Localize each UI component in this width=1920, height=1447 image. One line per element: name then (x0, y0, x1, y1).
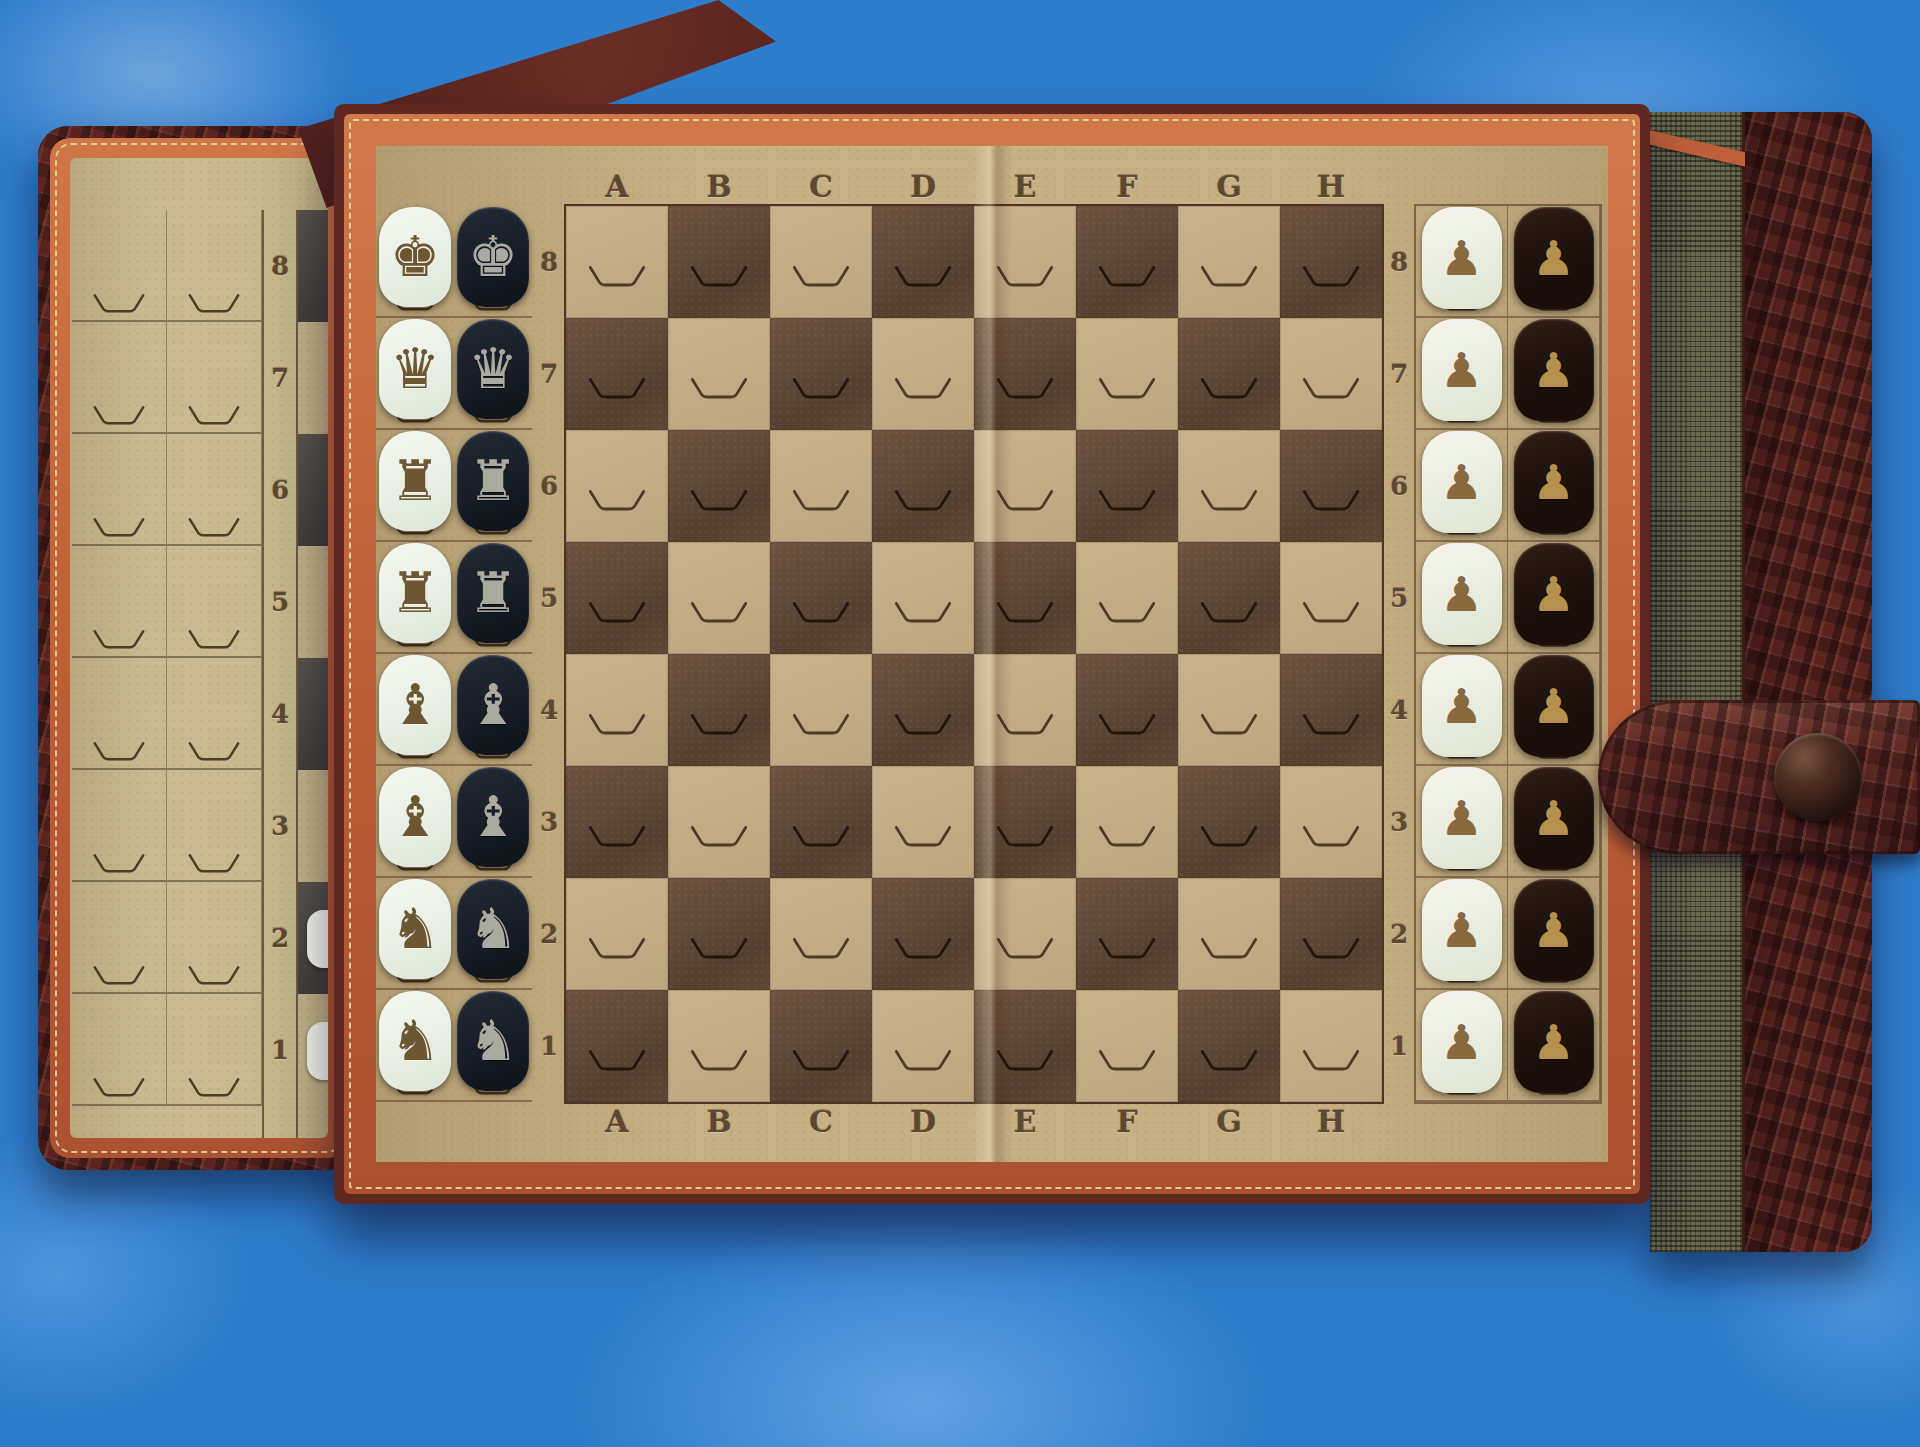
leather-slit (585, 826, 649, 848)
square-d7[interactable] (872, 318, 974, 430)
rook-glyph: ♜ (468, 453, 518, 509)
empty-storage-slot[interactable] (72, 322, 167, 434)
square-f4[interactable] (1076, 654, 1178, 766)
square-c3[interactable] (770, 766, 872, 878)
hidden-board-square-sliver (298, 770, 328, 882)
square-b1[interactable] (668, 990, 770, 1102)
black-bishop-tab[interactable]: ♝ (457, 767, 529, 867)
square-a7[interactable] (566, 318, 668, 430)
black-pawn-tab[interactable]: ♟ (1514, 991, 1594, 1093)
white-piece-storage-column: ♚♛♜♜♝♝♞♞ (376, 206, 454, 1102)
black-piece-slot-6[interactable]: ♜ (454, 430, 532, 542)
black-knight-tab[interactable]: ♞ (457, 991, 529, 1091)
empty-storage-slot[interactable] (167, 434, 262, 546)
empty-storage-slot[interactable] (167, 322, 262, 434)
rank-label-right-3: 3 (1382, 766, 1416, 878)
file-label-bottom-a: A (566, 1102, 668, 1141)
square-f3[interactable] (1076, 766, 1178, 878)
bishop-glyph: ♝ (390, 789, 440, 845)
left-board-checker-sliver (296, 210, 328, 1138)
leather-slit (1299, 378, 1363, 400)
rank-label: 3 (264, 770, 296, 882)
leather-slit (585, 490, 649, 512)
white-piece-slot-6[interactable]: ♜ (376, 430, 454, 542)
file-label-bottom-h: H (1280, 1102, 1382, 1141)
chess-board (566, 206, 1382, 1102)
file-label-bottom-b: B (668, 1102, 770, 1141)
file-label-top-f: F (1076, 167, 1178, 206)
square-c5[interactable] (770, 542, 872, 654)
leather-slit (687, 826, 751, 848)
rank-label-right-1: 1 (1382, 990, 1416, 1102)
black-pawn-slot-8[interactable]: ♟ (1508, 206, 1600, 318)
hidden-board-square-sliver (298, 658, 328, 770)
pawn-glyph: ♟ (1440, 234, 1483, 282)
black-pawn-slot-2[interactable]: ♟ (1508, 878, 1600, 990)
square-h2[interactable] (1280, 878, 1382, 990)
rank-labels-left: 8 7 6 5 4 3 2 1 (532, 206, 566, 1102)
empty-storage-slot[interactable] (167, 658, 262, 770)
rank-label-left-2: 2 (532, 878, 566, 990)
file-label-bottom-g: G (1178, 1102, 1280, 1141)
square-g1[interactable] (1178, 990, 1280, 1102)
file-label-top-e: E (974, 167, 1076, 206)
leather-slit (1299, 1050, 1363, 1072)
white-piece-slot-4[interactable]: ♝ (376, 654, 454, 766)
left-page-leather-panel: 8 7 6 5 4 3 2 1 (70, 158, 328, 1138)
leather-slit (891, 714, 955, 736)
empty-storage-slot[interactable] (72, 994, 167, 1106)
square-h4[interactable] (1280, 654, 1382, 766)
square-a5[interactable] (566, 542, 668, 654)
rank-label: 8 (264, 210, 296, 322)
square-c2[interactable] (770, 878, 872, 990)
left-cover-page: 8 7 6 5 4 3 2 1 (38, 126, 360, 1170)
leather-slit (1197, 1050, 1261, 1072)
square-a1[interactable] (566, 990, 668, 1102)
rank-label: 7 (264, 322, 296, 434)
square-d8[interactable] (872, 206, 974, 318)
empty-storage-slot[interactable] (167, 210, 262, 322)
white-knight-tab[interactable]: ♞ (379, 991, 451, 1091)
snap-button[interactable] (1774, 733, 1862, 821)
file-label-bottom-f: F (1076, 1102, 1178, 1141)
leather-slit (891, 602, 955, 624)
file-label-bottom-e: E (974, 1102, 1076, 1141)
pawn-glyph: ♟ (1532, 682, 1575, 730)
square-b5[interactable] (668, 542, 770, 654)
rook-glyph: ♜ (468, 565, 518, 621)
black-pawn-tab[interactable]: ♟ (1514, 879, 1594, 981)
rank-label-left-1: 1 (532, 990, 566, 1102)
file-label-top-h: H (1280, 167, 1382, 206)
leather-slit (1299, 602, 1363, 624)
square-d5[interactable] (872, 542, 974, 654)
square-h3[interactable] (1280, 766, 1382, 878)
empty-storage-slot[interactable] (72, 434, 167, 546)
square-e6[interactable] (974, 430, 1076, 542)
square-h7[interactable] (1280, 318, 1382, 430)
black-piece-slot-4[interactable]: ♝ (454, 654, 532, 766)
pawn-glyph: ♟ (1440, 906, 1483, 954)
square-e4[interactable] (974, 654, 1076, 766)
black-rook-tab[interactable]: ♜ (457, 431, 529, 531)
hidden-board-square-sliver (298, 434, 328, 546)
leather-slit (789, 938, 853, 960)
rank-label-left-3: 3 (532, 766, 566, 878)
king-glyph: ♚ (468, 229, 518, 285)
leather-slit (90, 966, 148, 986)
leather-slit (185, 854, 243, 874)
leather-slit (891, 378, 955, 400)
square-f2[interactable] (1076, 878, 1178, 990)
leather-slit (1299, 826, 1363, 848)
file-label-top-c: C (770, 167, 872, 206)
leather-slit (891, 490, 955, 512)
pawn-glyph: ♟ (1440, 570, 1483, 618)
empty-storage-slot[interactable] (72, 546, 167, 658)
pawn-glyph: ♟ (1440, 458, 1483, 506)
leather-slit (891, 1050, 955, 1072)
black-pawn-slot-4[interactable]: ♟ (1508, 654, 1600, 766)
square-c8[interactable] (770, 206, 872, 318)
leather-slit (687, 266, 751, 288)
black-pawn-slot-1[interactable]: ♟ (1508, 990, 1600, 1102)
empty-storage-slot[interactable] (167, 770, 262, 882)
empty-storage-slot[interactable] (72, 882, 167, 994)
rank-label-right-4: 4 (1382, 654, 1416, 766)
square-f8[interactable] (1076, 206, 1178, 318)
white-pawn-tab[interactable]: ♟ (1422, 431, 1502, 533)
rank-label-left-5: 5 (532, 542, 566, 654)
black-piece-storage-column: ♚♛♜♜♝♝♞♞ (454, 206, 532, 1102)
rank-label-right-8: 8 (1382, 206, 1416, 318)
file-label-top-g: G (1178, 167, 1280, 206)
hidden-board-square-sliver (298, 322, 328, 434)
leather-slit (993, 714, 1057, 736)
travel-chess-wallet-photo: 8 7 6 5 4 3 2 1 A (0, 0, 1920, 1447)
crocodile-leather-edge (1745, 112, 1872, 1252)
square-d3[interactable] (872, 766, 974, 878)
square-e1[interactable] (974, 990, 1076, 1102)
leather-slit (185, 1078, 243, 1098)
rank-label-right-5: 5 (1382, 542, 1416, 654)
white-piece-slot-1[interactable]: ♞ (376, 990, 454, 1102)
square-c4[interactable] (770, 654, 872, 766)
empty-storage-slot[interactable] (167, 882, 262, 994)
white-pawn-tab[interactable]: ♟ (1422, 319, 1502, 421)
square-b2[interactable] (668, 878, 770, 990)
leather-slit (1095, 714, 1159, 736)
leather-slit (185, 630, 243, 650)
hidden-board-square-sliver (298, 546, 328, 658)
leather-slit (789, 378, 853, 400)
white-piece-slot-7[interactable]: ♛ (376, 318, 454, 430)
white-rook-tab[interactable]: ♜ (379, 543, 451, 643)
leather-slit (185, 518, 243, 538)
white-piece-slot-3[interactable]: ♝ (376, 766, 454, 878)
leather-slit (993, 378, 1057, 400)
black-bishop-tab[interactable]: ♝ (457, 655, 529, 755)
bishop-glyph: ♝ (468, 789, 518, 845)
black-pawn-slot-3[interactable]: ♟ (1508, 766, 1600, 878)
pawn-storage-grid: ♟♟♟♟♟♟♟♟♟♟♟♟♟♟♟♟ (1416, 206, 1600, 1102)
square-c6[interactable] (770, 430, 872, 542)
leather-slit (993, 938, 1057, 960)
leather-slit (1197, 826, 1261, 848)
pawn-glyph: ♟ (1532, 1018, 1575, 1066)
leather-slit (1095, 938, 1159, 960)
leather-slit (90, 518, 148, 538)
leather-slit (993, 490, 1057, 512)
black-piece-slot-3[interactable]: ♝ (454, 766, 532, 878)
white-piece-slot-5[interactable]: ♜ (376, 542, 454, 654)
square-c7[interactable] (770, 318, 872, 430)
leather-slit (90, 854, 148, 874)
leather-slit (993, 602, 1057, 624)
white-pawn-tab[interactable]: ♟ (1422, 207, 1502, 309)
square-d1[interactable] (872, 990, 974, 1102)
white-pawn-tab[interactable]: ♟ (1422, 655, 1502, 757)
knight-glyph: ♞ (390, 901, 440, 957)
leather-slit (1095, 378, 1159, 400)
leather-slit (687, 1050, 751, 1072)
leather-slit (90, 294, 148, 314)
black-pawn-tab[interactable]: ♟ (1514, 431, 1594, 533)
leather-slit (789, 1050, 853, 1072)
leather-slit (891, 266, 955, 288)
square-e5[interactable] (974, 542, 1076, 654)
black-piece-slot-1[interactable]: ♞ (454, 990, 532, 1102)
leather-slit (1197, 378, 1261, 400)
leather-slit (789, 826, 853, 848)
file-label-bottom-c: C (770, 1102, 872, 1141)
leather-slit (585, 714, 649, 736)
white-king-tab[interactable]: ♚ (379, 207, 451, 307)
leather-slit (1197, 602, 1261, 624)
file-labels-top: A B C D E F G H (566, 146, 1382, 206)
square-f7[interactable] (1076, 318, 1178, 430)
square-a4[interactable] (566, 654, 668, 766)
knight-glyph: ♞ (468, 901, 518, 957)
square-h6[interactable] (1280, 430, 1382, 542)
square-a8[interactable] (566, 206, 668, 318)
leather-slit (585, 1050, 649, 1072)
square-c1[interactable] (770, 990, 872, 1102)
white-pawn-slot-1[interactable]: ♟ (1416, 990, 1508, 1102)
left-page-slot-grid (72, 210, 262, 1138)
hidden-board-square-sliver (298, 994, 328, 1106)
black-knight-tab[interactable]: ♞ (457, 879, 529, 979)
leather-slit (789, 490, 853, 512)
pawn-glyph: ♟ (1440, 682, 1483, 730)
square-b3[interactable] (668, 766, 770, 878)
black-queen-tab[interactable]: ♛ (457, 319, 529, 419)
leather-slit (687, 714, 751, 736)
empty-storage-slot[interactable] (72, 658, 167, 770)
rank-label-right-7: 7 (1382, 318, 1416, 430)
white-pawn-tab[interactable]: ♟ (1422, 767, 1502, 869)
white-pawn-slot-8[interactable]: ♟ (1416, 206, 1508, 318)
rook-glyph: ♜ (390, 565, 440, 621)
hidden-board-square-sliver (298, 210, 328, 322)
rank-label-right-2: 2 (1382, 878, 1416, 990)
rank-label-right-6: 6 (1382, 430, 1416, 542)
square-b8[interactable] (668, 206, 770, 318)
leather-slit (90, 630, 148, 650)
square-h1[interactable] (1280, 990, 1382, 1102)
leather-slit (1197, 938, 1261, 960)
black-pawn-slot-6[interactable]: ♟ (1508, 430, 1600, 542)
queen-glyph: ♛ (468, 341, 518, 397)
bishop-glyph: ♝ (390, 677, 440, 733)
snap-strap[interactable] (1598, 700, 1920, 854)
leather-slit (687, 378, 751, 400)
peeking-white-tab (307, 1022, 328, 1080)
white-pawn-tab[interactable]: ♟ (1422, 991, 1502, 1093)
leather-slit (185, 966, 243, 986)
square-a3[interactable] (566, 766, 668, 878)
file-labels-bottom: A B C D E F G H (566, 1102, 1382, 1162)
white-pawn-slot-4[interactable]: ♟ (1416, 654, 1508, 766)
square-a6[interactable] (566, 430, 668, 542)
square-g2[interactable] (1178, 878, 1280, 990)
white-piece-slot-2[interactable]: ♞ (376, 878, 454, 990)
black-pawn-slot-5[interactable]: ♟ (1508, 542, 1600, 654)
square-b6[interactable] (668, 430, 770, 542)
white-bishop-tab[interactable]: ♝ (379, 655, 451, 755)
pawn-glyph: ♟ (1532, 570, 1575, 618)
empty-storage-slot[interactable] (72, 770, 167, 882)
leather-slit (1299, 266, 1363, 288)
king-glyph: ♚ (390, 229, 440, 285)
black-piece-slot-5[interactable]: ♜ (454, 542, 532, 654)
square-b7[interactable] (668, 318, 770, 430)
square-e2[interactable] (974, 878, 1076, 990)
pawn-glyph: ♟ (1532, 458, 1575, 506)
white-knight-tab[interactable]: ♞ (379, 879, 451, 979)
square-h8[interactable] (1280, 206, 1382, 318)
leather-slit (687, 490, 751, 512)
pawn-glyph: ♟ (1440, 794, 1483, 842)
leather-slit (1095, 490, 1159, 512)
rank-labels-right: 8 7 6 5 4 3 2 1 (1382, 206, 1416, 1102)
left-page-rank-labels: 8 7 6 5 4 3 2 1 (262, 210, 296, 1138)
leather-slit (993, 1050, 1057, 1072)
white-queen-tab[interactable]: ♛ (379, 319, 451, 419)
leather-slit (891, 826, 955, 848)
square-f5[interactable] (1076, 542, 1178, 654)
leather-slit (185, 742, 243, 762)
black-pawn-tab[interactable]: ♟ (1514, 767, 1594, 869)
rank-label: 1 (264, 994, 296, 1106)
black-pawn-slot-7[interactable]: ♟ (1508, 318, 1600, 430)
white-pawn-slot-5[interactable]: ♟ (1416, 542, 1508, 654)
mesh-pocket (1650, 112, 1745, 1252)
black-piece-slot-7[interactable]: ♛ (454, 318, 532, 430)
black-piece-slot-8[interactable]: ♚ (454, 206, 532, 318)
white-pawn-tab[interactable]: ♟ (1422, 879, 1502, 981)
empty-storage-slot[interactable] (167, 546, 262, 658)
black-pawn-tab[interactable]: ♟ (1514, 207, 1594, 309)
square-d2[interactable] (872, 878, 974, 990)
leather-slit (993, 826, 1057, 848)
file-label-top-d: D (872, 167, 974, 206)
square-h5[interactable] (1280, 542, 1382, 654)
white-pawn-tab[interactable]: ♟ (1422, 543, 1502, 645)
leather-slit (687, 938, 751, 960)
white-pawn-slot-6[interactable]: ♟ (1416, 430, 1508, 542)
leather-slit (585, 378, 649, 400)
leather-slit (1299, 490, 1363, 512)
square-d4[interactable] (872, 654, 974, 766)
square-d6[interactable] (872, 430, 974, 542)
black-pawn-tab[interactable]: ♟ (1514, 655, 1594, 757)
knight-glyph: ♞ (468, 1013, 518, 1069)
bishop-glyph: ♝ (468, 677, 518, 733)
black-rook-tab[interactable]: ♜ (457, 543, 529, 643)
square-g4[interactable] (1178, 654, 1280, 766)
rank-label: 2 (264, 882, 296, 994)
leather-slit (185, 294, 243, 314)
black-piece-slot-2[interactable]: ♞ (454, 878, 532, 990)
file-label-top-a: A (566, 167, 668, 206)
leather-slit (687, 602, 751, 624)
leather-slit (1197, 266, 1261, 288)
leather-slit (585, 266, 649, 288)
white-pawn-slot-7[interactable]: ♟ (1416, 318, 1508, 430)
square-f1[interactable] (1076, 990, 1178, 1102)
leather-slit (90, 1078, 148, 1098)
white-rook-tab[interactable]: ♜ (379, 431, 451, 531)
square-f6[interactable] (1076, 430, 1178, 542)
right-cover-panel (1650, 112, 1872, 1252)
square-e8[interactable] (974, 206, 1076, 318)
square-g7[interactable] (1178, 318, 1280, 430)
square-b4[interactable] (668, 654, 770, 766)
leather-slit (585, 938, 649, 960)
queen-glyph: ♛ (390, 341, 440, 397)
square-e3[interactable] (974, 766, 1076, 878)
leather-slit (1095, 826, 1159, 848)
black-king-tab[interactable]: ♚ (457, 207, 529, 307)
empty-storage-slot[interactable] (167, 994, 262, 1106)
white-piece-slot-8[interactable]: ♚ (376, 206, 454, 318)
square-g6[interactable] (1178, 430, 1280, 542)
knight-glyph: ♞ (390, 1013, 440, 1069)
square-g8[interactable] (1178, 206, 1280, 318)
leather-slit (1095, 266, 1159, 288)
board-page: A B C D E F G H ♚♛♜♜♝♝♞♞ ♚♛♜♜♝♝♞♞ 8 7 6 … (334, 104, 1650, 1204)
rook-glyph: ♜ (390, 453, 440, 509)
black-pawn-tab[interactable]: ♟ (1514, 543, 1594, 645)
rank-label: 4 (264, 658, 296, 770)
square-e7[interactable] (974, 318, 1076, 430)
rank-label: 5 (264, 546, 296, 658)
leather-slit (789, 714, 853, 736)
square-g5[interactable] (1178, 542, 1280, 654)
black-pawn-tab[interactable]: ♟ (1514, 319, 1594, 421)
white-pawn-slot-3[interactable]: ♟ (1416, 766, 1508, 878)
white-pawn-slot-2[interactable]: ♟ (1416, 878, 1508, 990)
square-g3[interactable] (1178, 766, 1280, 878)
white-bishop-tab[interactable]: ♝ (379, 767, 451, 867)
leather-slit (789, 602, 853, 624)
square-a2[interactable] (566, 878, 668, 990)
leather-slit (90, 406, 148, 426)
pawn-glyph: ♟ (1532, 906, 1575, 954)
empty-storage-slot[interactable] (72, 210, 167, 322)
